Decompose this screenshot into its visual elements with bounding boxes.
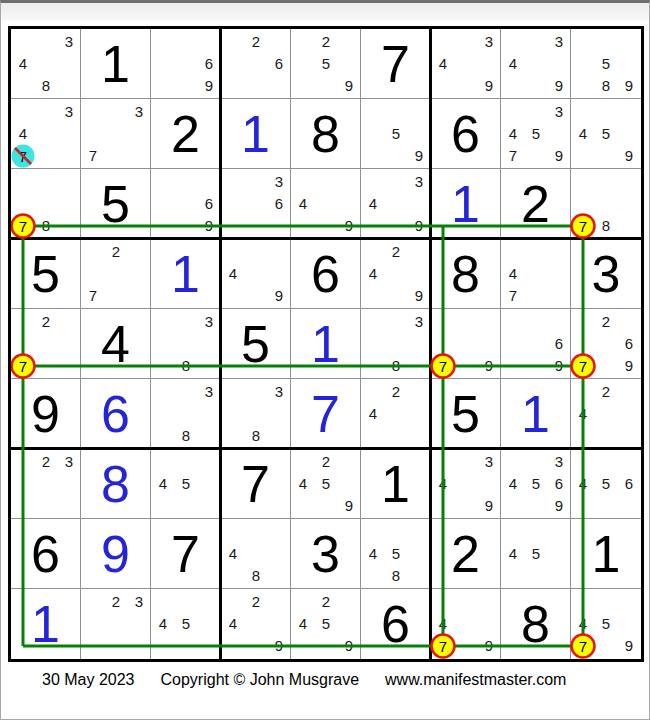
solved-digit: 1 [151,239,220,308]
pencil-mark-5: 5 [388,546,404,562]
pencil-mark-3: 3 [201,384,217,400]
cell-r4c3[interactable]: 1 [151,239,221,309]
cell-r8c3[interactable]: 7 [151,519,221,589]
pencil-mark-9: 9 [411,288,427,304]
pencil-mark-4: 4 [575,476,591,492]
cell-r5c6[interactable]: 38 [361,309,431,379]
cell-r2c6[interactable]: 59 [361,99,431,169]
cell-r3c9[interactable]: 8 [571,169,641,239]
footer-site-url: www.manifestmaster.com [385,671,566,689]
cell-r8c5[interactable]: 3 [291,519,361,589]
cell-r8c9[interactable]: 1 [571,519,641,589]
given-digit: 6 [361,589,430,659]
cell-r3c6[interactable]: 349 [361,169,431,239]
pencil-mark-4: 4 [365,546,381,562]
given-digit: 7 [221,449,290,518]
cell-r3c2[interactable]: 5 [81,169,151,239]
solved-digit: 1 [291,309,360,378]
cell-r2c8[interactable]: 34579 [501,99,571,169]
footer-date: 30 May 2023 [42,671,135,689]
cell-r3c7[interactable]: 1 [431,169,501,239]
pencil-mark-4: 4 [15,56,31,72]
pencil-mark-9: 9 [551,78,567,94]
sudoku-grid: 3481692625973493495893437218596345794598… [11,29,641,659]
footer: 30 May 2023 Copyright © John Musgrave ww… [42,671,566,689]
pencil-mark-4: 4 [435,476,451,492]
cell-r2c7[interactable]: 6 [431,99,501,169]
pencil-mark-7: 7 [505,288,521,304]
cell-r7c2[interactable]: 8 [81,449,151,519]
pencil-mark-2: 2 [318,34,334,50]
cell-r6c7[interactable]: 5 [431,379,501,449]
given-digit: 1 [361,449,430,518]
pencil-mark-9: 9 [481,498,497,514]
cell-r6c5[interactable]: 7 [291,379,361,449]
pencil-mark-6: 6 [551,476,567,492]
cell-r9c1[interactable]: 1 [11,589,81,659]
pencil-mark-4: 4 [365,266,381,282]
solved-digit: 1 [501,379,570,448]
pencil-mark-2: 2 [38,314,54,330]
pencil-mark-8: 8 [38,218,54,234]
pencil-mark-9: 9 [341,218,357,234]
pencil-mark-9: 9 [341,638,357,654]
pencil-mark-3: 3 [481,34,497,50]
pencil-mark-4: 4 [295,616,311,632]
cell-r9c8[interactable]: 8 [501,589,571,659]
pencil-mark-2: 2 [318,454,334,470]
cell-r5c2[interactable]: 4 [81,309,151,379]
cell-r2c3[interactable]: 2 [151,99,221,169]
given-digit: 6 [291,239,360,308]
given-digit: 2 [151,99,220,168]
pencil-mark-9: 9 [621,148,637,164]
pencil-mark-9: 9 [271,288,287,304]
pencil-mark-3: 3 [551,104,567,120]
cell-r7c3[interactable]: 45 [151,449,221,519]
cell-r8c4[interactable]: 48 [221,519,291,589]
cell-r6c8[interactable]: 1 [501,379,571,449]
cell-r5c1[interactable]: 2 [11,309,81,379]
cell-r5c5[interactable]: 1 [291,309,361,379]
pencil-mark-8: 8 [388,568,404,584]
cell-r8c6[interactable]: 458 [361,519,431,589]
pencil-mark-4: 4 [505,266,521,282]
cell-r3c1[interactable]: 8 [11,169,81,239]
pencil-mark-3: 3 [551,454,567,470]
pencil-mark-7: 7 [505,148,521,164]
pencil-mark-9: 9 [481,78,497,94]
pencil-mark-8: 8 [178,358,194,374]
cell-r2c5[interactable]: 8 [291,99,361,169]
pencil-mark-4: 4 [575,616,591,632]
given-digit: 8 [501,589,570,659]
cell-r6c9[interactable]: 24 [571,379,641,449]
cell-r9c5[interactable]: 2459 [291,589,361,659]
pencil-mark-9: 9 [201,78,217,94]
cell-r9c2[interactable]: 23 [81,589,151,659]
cell-r1c4[interactable]: 26 [221,29,291,99]
pencil-mark-4: 4 [365,196,381,212]
pencil-mark-4: 4 [505,476,521,492]
pencil-mark-5: 5 [318,56,334,72]
given-digit: 2 [501,169,570,238]
cell-r6c2[interactable]: 6 [81,379,151,449]
pencil-mark-9: 9 [621,78,637,94]
cell-r1c7[interactable]: 349 [431,29,501,99]
pencil-mark-8: 8 [598,218,614,234]
pencil-mark-2: 2 [388,384,404,400]
pencil-mark-5: 5 [598,616,614,632]
pencil-mark-2: 2 [388,244,404,260]
given-digit: 1 [571,519,641,588]
cell-r2c9[interactable]: 459 [571,99,641,169]
cell-r7c8[interactable]: 34569 [501,449,571,519]
pencil-mark-4: 4 [225,546,241,562]
given-digit: 5 [221,309,290,378]
cell-r9c3[interactable]: 45 [151,589,221,659]
pencil-mark-8: 8 [248,568,264,584]
pencil-mark-5: 5 [318,616,334,632]
pencil-mark-6: 6 [621,336,637,352]
given-digit: 8 [431,239,500,308]
pencil-mark-3: 3 [61,104,77,120]
cell-r3c8[interactable]: 2 [501,169,571,239]
pencil-mark-2: 2 [108,244,124,260]
solved-digit: 7 [291,379,360,448]
pencil-mark-3: 3 [271,384,287,400]
pencil-mark-5: 5 [528,546,544,562]
given-digit: 5 [11,239,80,308]
cell-r1c3[interactable]: 69 [151,29,221,99]
pencil-mark-3: 3 [411,314,427,330]
solved-digit: 6 [81,379,150,448]
pencil-mark-4: 4 [435,56,451,72]
pencil-mark-3: 3 [271,174,287,190]
pencil-mark-6: 6 [201,56,217,72]
box-border-vertical-1 [219,29,222,659]
cell-r7c4[interactable]: 7 [221,449,291,519]
cell-r6c4[interactable]: 38 [221,379,291,449]
pencil-mark-4: 4 [575,406,591,422]
pencil-mark-9: 9 [201,218,217,234]
pencil-mark-5: 5 [178,616,194,632]
cell-r9c6[interactable]: 6 [361,589,431,659]
pencil-mark-6: 6 [621,476,637,492]
pencil-mark-4: 4 [505,546,521,562]
pencil-mark-6: 6 [201,196,217,212]
pencil-mark-2: 2 [108,594,124,610]
cell-r1c8[interactable]: 349 [501,29,571,99]
pencil-mark-9: 9 [271,638,287,654]
pencil-mark-3: 3 [201,314,217,330]
cell-r2c4[interactable]: 1 [221,99,291,169]
cell-r4c5[interactable]: 6 [291,239,361,309]
pencil-mark-2: 2 [598,314,614,330]
solved-digit: 9 [81,519,150,588]
given-digit: 4 [81,309,150,378]
pencil-mark-8: 8 [388,358,404,374]
cell-r7c7[interactable]: 349 [431,449,501,519]
pencil-mark-9: 9 [551,358,567,374]
sudoku-board: 3481692625973493495893437218596345794598… [8,26,644,662]
cell-r7c9[interactable]: 456 [571,449,641,519]
solved-digit: 1 [221,99,290,168]
cell-r4c8[interactable]: 47 [501,239,571,309]
pencil-mark-4: 4 [155,616,171,632]
pencil-mark-9: 9 [481,358,497,374]
solved-digit: 8 [81,449,150,518]
pencil-mark-8: 8 [598,78,614,94]
cell-r1c9[interactable]: 589 [571,29,641,99]
pencil-mark-5: 5 [598,126,614,142]
cell-r8c2[interactable]: 9 [81,519,151,589]
cell-r1c1[interactable]: 348 [11,29,81,99]
pencil-mark-4: 4 [155,476,171,492]
pencil-mark-2: 2 [318,594,334,610]
pencil-mark-7: 7 [85,288,101,304]
pencil-mark-4: 4 [505,56,521,72]
pencil-mark-9: 9 [341,498,357,514]
pencil-mark-6: 6 [271,56,287,72]
cell-r4c4[interactable]: 49 [221,239,291,309]
cell-r9c4[interactable]: 249 [221,589,291,659]
sudoku-app-page: { "game": "sudoku", "position": ".1...7.… [0,0,650,720]
cell-r4c2[interactable]: 27 [81,239,151,309]
given-digit: 7 [361,29,430,98]
cell-r1c2[interactable]: 1 [81,29,151,99]
pencil-mark-8: 8 [178,428,194,444]
pencil-mark-9: 9 [551,148,567,164]
pencil-mark-6: 6 [551,336,567,352]
cell-r7c6[interactable]: 1 [361,449,431,519]
given-digit: 1 [81,29,150,98]
cell-r6c1[interactable]: 9 [11,379,81,449]
cell-r4c1[interactable]: 5 [11,239,81,309]
cell-r2c1[interactable]: 34 [11,99,81,169]
pencil-mark-4: 4 [435,616,451,632]
pencil-mark-4: 4 [295,476,311,492]
pencil-mark-3: 3 [481,454,497,470]
cell-r4c9[interactable]: 3 [571,239,641,309]
cell-r7c1[interactable]: 23 [11,449,81,519]
cell-r3c5[interactable]: 49 [291,169,361,239]
pencil-mark-9: 9 [481,638,497,654]
given-digit: 2 [431,519,500,588]
cell-r5c8[interactable]: 69 [501,309,571,379]
given-digit: 7 [151,519,220,588]
pencil-mark-5: 5 [528,476,544,492]
pencil-mark-5: 5 [598,56,614,72]
pencil-mark-6: 6 [271,196,287,212]
box-border-vertical-2 [429,29,432,659]
pencil-mark-9: 9 [551,498,567,514]
pencil-mark-9: 9 [411,148,427,164]
pencil-mark-4: 4 [505,126,521,142]
cell-r7c5[interactable]: 2459 [291,449,361,519]
given-digit: 3 [571,239,641,308]
cell-r8c8[interactable]: 45 [501,519,571,589]
cell-r6c3[interactable]: 38 [151,379,221,449]
cell-r9c7[interactable]: 49 [431,589,501,659]
cell-r5c9[interactable]: 269 [571,309,641,379]
pencil-mark-4: 4 [225,266,241,282]
pencil-mark-4: 4 [575,126,591,142]
cell-r1c5[interactable]: 259 [291,29,361,99]
cell-r5c7[interactable]: 9 [431,309,501,379]
cell-r8c1[interactable]: 6 [11,519,81,589]
pencil-mark-3: 3 [131,104,147,120]
pencil-mark-8: 8 [248,428,264,444]
pencil-mark-4: 4 [15,126,31,142]
pencil-mark-3: 3 [61,454,77,470]
given-digit: 6 [431,99,500,168]
pencil-mark-5: 5 [318,476,334,492]
given-digit: 3 [291,519,360,588]
footer-copyright: Copyright © John Musgrave [161,671,360,689]
cell-r9c9[interactable]: 459 [571,589,641,659]
solved-digit: 1 [431,169,500,238]
pencil-mark-9: 9 [621,358,637,374]
pencil-mark-7: 7 [85,148,101,164]
cell-r4c6[interactable]: 249 [361,239,431,309]
pencil-mark-4: 4 [225,616,241,632]
given-digit: 5 [81,169,150,238]
pencil-mark-2: 2 [38,454,54,470]
pencil-mark-8: 8 [38,78,54,94]
cell-r5c4[interactable]: 5 [221,309,291,379]
given-digit: 6 [11,519,80,588]
pencil-mark-3: 3 [131,594,147,610]
pencil-mark-5: 5 [598,476,614,492]
cell-r2c2[interactable]: 37 [81,99,151,169]
cell-r5c3[interactable]: 38 [151,309,221,379]
given-digit: 9 [11,379,80,448]
pencil-mark-5: 5 [178,476,194,492]
pencil-mark-4: 4 [295,196,311,212]
cell-r3c4[interactable]: 36 [221,169,291,239]
pencil-mark-3: 3 [551,34,567,50]
pencil-mark-4: 4 [365,406,381,422]
pencil-mark-2: 2 [598,384,614,400]
given-digit: 5 [431,379,500,448]
pencil-mark-9: 9 [341,78,357,94]
pencil-mark-9: 9 [621,638,637,654]
pencil-mark-9: 9 [411,218,427,234]
top-toolbar-strip [1,3,649,20]
given-digit: 8 [291,99,360,168]
solved-digit: 1 [11,589,80,659]
cell-r6c6[interactable]: 24 [361,379,431,449]
cell-r8c7[interactable]: 2 [431,519,501,589]
pencil-mark-2: 2 [248,34,264,50]
box-border-horizontal-1 [11,237,641,240]
pencil-mark-3: 3 [61,34,77,50]
pencil-mark-3: 3 [411,174,427,190]
pencil-mark-5: 5 [528,126,544,142]
cell-r3c3[interactable]: 69 [151,169,221,239]
pencil-mark-5: 5 [388,126,404,142]
cell-r1c6[interactable]: 7 [361,29,431,99]
pencil-mark-2: 2 [248,594,264,610]
box-border-horizontal-2 [11,447,641,450]
cell-r4c7[interactable]: 8 [431,239,501,309]
